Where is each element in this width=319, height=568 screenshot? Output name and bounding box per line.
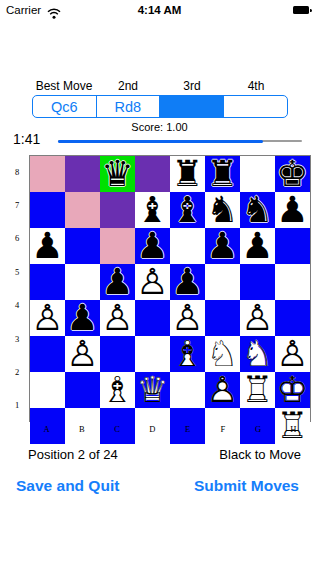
- square-g7[interactable]: ♞: [240, 192, 275, 228]
- segment-3rd[interactable]: [160, 96, 224, 117]
- square-d6[interactable]: ♟: [135, 228, 170, 264]
- rank-labels: 87654321: [8, 155, 26, 422]
- board: ♛♜♜♚♝♝♞♞♟♟♟♟♟♟♟♙♟♟♙♟♟♙♟♙♟♙♟♙♝♗♞♘♞♘♟♙♝♗♛♕…: [29, 155, 311, 422]
- square-b8[interactable]: [65, 156, 100, 192]
- file-label: B: [64, 424, 99, 436]
- square-c5[interactable]: ♟: [100, 264, 135, 300]
- square-g8[interactable]: [240, 156, 275, 192]
- piece-white-bishop: ♝♗: [101, 372, 133, 408]
- square-e8[interactable]: ♜: [170, 156, 205, 192]
- file-labels: ABCDEFGH: [29, 424, 311, 436]
- piece-black-knight: ♞: [206, 192, 238, 228]
- clock-label: 4:14 AM: [0, 4, 319, 16]
- square-e7[interactable]: ♝: [170, 192, 205, 228]
- timer-progress-fill: [58, 140, 263, 143]
- file-label: D: [135, 424, 170, 436]
- picker-label-2nd: 2nd: [96, 79, 160, 93]
- piece-white-pawn: ♟♙: [31, 300, 63, 336]
- square-a6[interactable]: ♟: [30, 228, 65, 264]
- square-h6[interactable]: [275, 228, 310, 264]
- square-e6[interactable]: [170, 228, 205, 264]
- square-a3[interactable]: [30, 336, 65, 372]
- rank-label: 6: [8, 222, 26, 255]
- square-d2[interactable]: ♛♕: [135, 372, 170, 408]
- rank-label: 7: [8, 188, 26, 221]
- segment-best-move[interactable]: Qc6: [33, 96, 97, 117]
- square-d4[interactable]: [135, 300, 170, 336]
- square-d8[interactable]: [135, 156, 170, 192]
- file-label: H: [276, 424, 311, 436]
- rank-label: 8: [8, 155, 26, 188]
- square-a5[interactable]: [30, 264, 65, 300]
- piece-white-knight: ♞♘: [241, 336, 273, 372]
- move-segmented-control: Qc6 Rd8: [32, 95, 288, 118]
- square-f2[interactable]: ♟♙: [205, 372, 240, 408]
- app-frame: Carrier 4:14 AM Best Move 2nd 3rd 4th Qc…: [0, 0, 319, 568]
- position-counter: Position 2 of 24: [28, 447, 118, 462]
- piece-black-rook: ♜: [171, 156, 203, 192]
- file-label: A: [29, 424, 64, 436]
- rank-label: 4: [8, 289, 26, 322]
- piece-black-rook: ♜: [206, 156, 238, 192]
- piece-white-pawn: ♟♙: [66, 336, 98, 372]
- score-label: Score: 1.00: [0, 121, 319, 133]
- piece-black-pawn: ♟: [276, 192, 308, 228]
- square-a4[interactable]: ♟♙: [30, 300, 65, 336]
- file-label: C: [100, 424, 135, 436]
- square-g5[interactable]: [240, 264, 275, 300]
- square-a7[interactable]: [30, 192, 65, 228]
- piece-black-king: ♚: [276, 156, 308, 192]
- square-d7[interactable]: ♝: [135, 192, 170, 228]
- turn-indicator: Black to Move: [219, 447, 301, 462]
- piece-black-pawn: ♟: [241, 228, 273, 264]
- square-b5[interactable]: [65, 264, 100, 300]
- square-b4[interactable]: ♟: [65, 300, 100, 336]
- picker-labels: Best Move 2nd 3rd 4th: [32, 79, 288, 93]
- square-b2[interactable]: [65, 372, 100, 408]
- square-f5[interactable]: [205, 264, 240, 300]
- segment-2nd[interactable]: Rd8: [97, 96, 161, 117]
- piece-white-king: ♚♔: [276, 372, 308, 408]
- piece-black-pawn: ♟: [101, 264, 133, 300]
- square-c8[interactable]: ♛: [100, 156, 135, 192]
- timer-progress-bar: [58, 140, 302, 142]
- piece-white-pawn: ♟♙: [206, 372, 238, 408]
- piece-black-queen: ♛: [101, 156, 133, 192]
- rank-label: 2: [8, 355, 26, 388]
- square-c7[interactable]: [100, 192, 135, 228]
- square-h3[interactable]: ♟♙: [275, 336, 310, 372]
- piece-black-pawn: ♟: [171, 264, 203, 300]
- picker-label-3rd: 3rd: [160, 79, 224, 93]
- square-b3[interactable]: ♟♙: [65, 336, 100, 372]
- piece-black-pawn: ♟: [66, 300, 98, 336]
- square-d3[interactable]: [135, 336, 170, 372]
- square-h2[interactable]: ♚♔: [275, 372, 310, 408]
- piece-white-pawn: ♟♙: [171, 300, 203, 336]
- square-e5[interactable]: ♟: [170, 264, 205, 300]
- square-g2[interactable]: ♜♖: [240, 372, 275, 408]
- piece-white-queen: ♛♕: [136, 372, 168, 408]
- square-f3[interactable]: ♞♘: [205, 336, 240, 372]
- square-a2[interactable]: [30, 372, 65, 408]
- timer-label: 1:41: [13, 131, 40, 147]
- piece-white-knight: ♞♘: [206, 336, 238, 372]
- square-b6[interactable]: [65, 228, 100, 264]
- submit-moves-button[interactable]: Submit Moves: [194, 477, 299, 495]
- square-f7[interactable]: ♞: [205, 192, 240, 228]
- square-g3[interactable]: ♞♘: [240, 336, 275, 372]
- status-bar: Carrier 4:14 AM: [0, 0, 319, 20]
- square-c2[interactable]: ♝♗: [100, 372, 135, 408]
- square-c6[interactable]: [100, 228, 135, 264]
- file-label: E: [170, 424, 205, 436]
- rank-label: 3: [8, 322, 26, 355]
- piece-black-pawn: ♟: [31, 228, 63, 264]
- square-c4[interactable]: ♟♙: [100, 300, 135, 336]
- piece-black-bishop: ♝: [171, 192, 203, 228]
- square-e2[interactable]: [170, 372, 205, 408]
- piece-white-pawn: ♟♙: [101, 300, 133, 336]
- picker-label-4th: 4th: [224, 79, 288, 93]
- square-f8[interactable]: ♜: [205, 156, 240, 192]
- save-and-quit-button[interactable]: Save and Quit: [16, 477, 119, 495]
- piece-white-pawn: ♟♙: [136, 264, 168, 300]
- square-h5[interactable]: [275, 264, 310, 300]
- square-h8[interactable]: ♚: [275, 156, 310, 192]
- square-g6[interactable]: ♟: [240, 228, 275, 264]
- square-e4[interactable]: ♟♙: [170, 300, 205, 336]
- file-label: G: [241, 424, 276, 436]
- square-a8[interactable]: [30, 156, 65, 192]
- square-c3[interactable]: [100, 336, 135, 372]
- square-f6[interactable]: ♟: [205, 228, 240, 264]
- piece-black-pawn: ♟: [206, 228, 238, 264]
- square-e3[interactable]: ♝♗: [170, 336, 205, 372]
- piece-white-pawn: ♟♙: [276, 336, 308, 372]
- square-h7[interactable]: ♟: [275, 192, 310, 228]
- picker-label-best-move: Best Move: [32, 79, 96, 93]
- square-g4[interactable]: ♟♙: [240, 300, 275, 336]
- square-d5[interactable]: ♟♙: [135, 264, 170, 300]
- rank-label: 5: [8, 255, 26, 288]
- piece-white-bishop: ♝♗: [171, 336, 203, 372]
- rank-label: 1: [8, 389, 26, 422]
- piece-black-bishop: ♝: [136, 192, 168, 228]
- piece-black-pawn: ♟: [136, 228, 168, 264]
- battery-icon: [293, 6, 312, 14]
- file-label: F: [205, 424, 240, 436]
- piece-black-knight: ♞: [241, 192, 273, 228]
- piece-white-rook: ♜♖: [241, 372, 273, 408]
- square-b7[interactable]: [65, 192, 100, 228]
- square-f4[interactable]: [205, 300, 240, 336]
- square-h4[interactable]: [275, 300, 310, 336]
- segment-4th[interactable]: [224, 96, 288, 117]
- piece-white-pawn: ♟♙: [241, 300, 273, 336]
